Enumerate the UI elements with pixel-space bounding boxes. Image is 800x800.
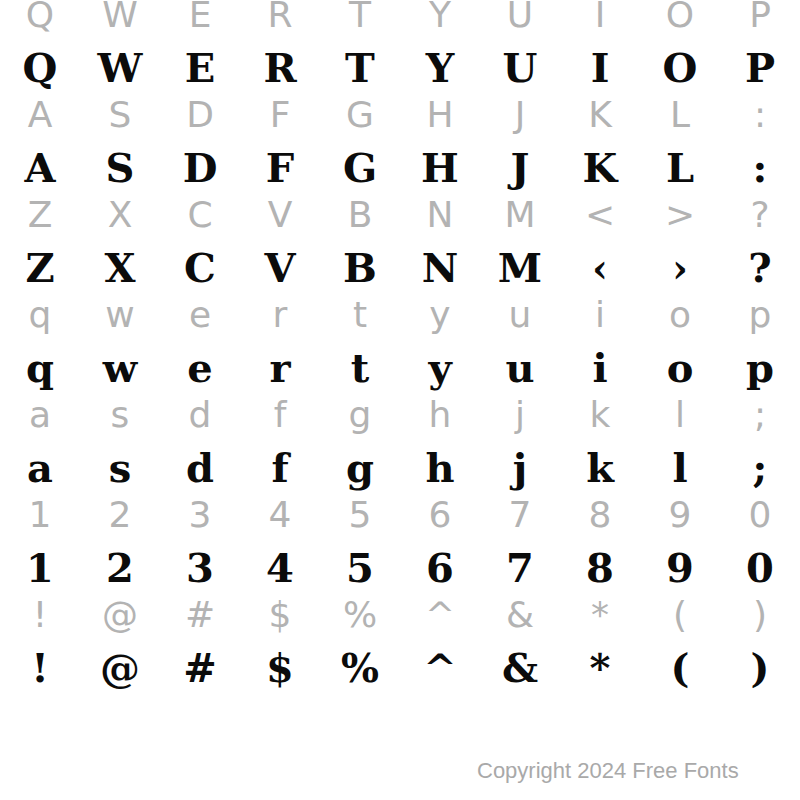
glyph-cell: o [640, 347, 720, 400]
glyph-cell: j [480, 447, 560, 500]
copyright-text: Copyright 2024 Free Fonts [477, 760, 739, 782]
glyph-cell: j [480, 400, 560, 447]
glyph-cell: s [80, 400, 160, 447]
specimen-row: qwertyuiop [0, 347, 800, 400]
glyph-cell: G [320, 147, 400, 200]
glyph-cell: & [480, 600, 560, 647]
character-grid: QWERTYUIOPQWERTYUIOPASDFGHJKL:ASDFGHJKL:… [0, 0, 800, 700]
glyph-cell: P [720, 0, 800, 47]
glyph-cell: 9 [640, 547, 720, 600]
specimen-row: QWERTYUIOP [0, 47, 800, 100]
glyph-cell: H [400, 100, 480, 147]
glyph-cell: 2 [80, 500, 160, 547]
glyph-cell: S [80, 147, 160, 200]
glyph-cell: g [320, 400, 400, 447]
glyph-cell: p [720, 347, 800, 400]
glyph-cell: V [240, 200, 320, 247]
glyph-cell: T [320, 0, 400, 47]
glyph-cell: Y [400, 0, 480, 47]
glyph-cell: h [400, 447, 480, 500]
glyph-cell: L [640, 100, 720, 147]
glyph-cell: N [400, 200, 480, 247]
glyph-cell: 1 [0, 547, 80, 600]
glyph-cell: 6 [400, 500, 480, 547]
glyph-cell: R [240, 47, 320, 100]
reference-row: ZXCVBNM<>? [0, 200, 800, 247]
glyph-cell: q [0, 300, 80, 347]
reference-row: ASDFGHJKL: [0, 100, 800, 147]
glyph-cell: ‹ [560, 247, 640, 300]
glyph-cell: M [480, 200, 560, 247]
glyph-cell: Z [0, 200, 80, 247]
glyph-cell: @ [80, 647, 160, 700]
glyph-cell: ^ [400, 647, 480, 700]
glyph-cell: C [160, 200, 240, 247]
glyph-cell: ? [720, 200, 800, 247]
reference-row: QWERTYUIOP [0, 0, 800, 47]
glyph-cell: W [80, 47, 160, 100]
glyph-cell: k [560, 447, 640, 500]
glyph-cell: 8 [560, 547, 640, 600]
glyph-cell: $ [240, 647, 320, 700]
glyph-cell: k [560, 400, 640, 447]
glyph-cell: 8 [560, 500, 640, 547]
glyph-cell: & [480, 647, 560, 700]
glyph-cell: d [160, 447, 240, 500]
glyph-cell: 0 [720, 500, 800, 547]
glyph-cell: ? [720, 247, 800, 300]
glyph-cell: # [160, 600, 240, 647]
glyph-cell: F [240, 147, 320, 200]
glyph-cell: 4 [240, 500, 320, 547]
specimen-row: !@#$%^&*() [0, 647, 800, 700]
glyph-cell: d [160, 400, 240, 447]
glyph-cell: y [400, 300, 480, 347]
glyph-cell: s [80, 447, 160, 500]
glyph-cell: T [320, 47, 400, 100]
reference-row: 1234567890 [0, 500, 800, 547]
glyph-cell: w [80, 347, 160, 400]
glyph-cell: C [160, 247, 240, 300]
glyph-cell: B [320, 200, 400, 247]
glyph-cell: a [0, 400, 80, 447]
glyph-cell: i [560, 300, 640, 347]
glyph-cell: 2 [80, 547, 160, 600]
glyph-cell: Z [0, 247, 80, 300]
glyph-cell: ) [720, 600, 800, 647]
glyph-cell: ! [0, 647, 80, 700]
glyph-cell: % [320, 600, 400, 647]
glyph-cell: O [640, 0, 720, 47]
glyph-cell: U [480, 0, 560, 47]
glyph-cell: E [160, 0, 240, 47]
font-specimen-page: QWERTYUIOPQWERTYUIOPASDFGHJKL:ASDFGHJKL:… [0, 0, 800, 800]
glyph-cell: I [560, 47, 640, 100]
glyph-cell: B [320, 247, 400, 300]
specimen-row: 1234567890 [0, 547, 800, 600]
glyph-cell: M [480, 247, 560, 300]
glyph-cell: r [240, 300, 320, 347]
glyph-cell: # [160, 647, 240, 700]
glyph-cell: > [640, 200, 720, 247]
glyph-cell: f [240, 447, 320, 500]
glyph-cell: o [640, 300, 720, 347]
glyph-cell: X [80, 200, 160, 247]
glyph-cell: t [320, 300, 400, 347]
glyph-cell: U [480, 47, 560, 100]
glyph-cell: e [160, 347, 240, 400]
glyph-cell: g [320, 447, 400, 500]
glyph-cell: 7 [480, 500, 560, 547]
reference-row: !@#$%^&*() [0, 600, 800, 647]
glyph-cell: y [400, 347, 480, 400]
glyph-cell: q [0, 347, 80, 400]
glyph-cell: % [320, 647, 400, 700]
glyph-cell: u [480, 347, 560, 400]
glyph-cell: ( [640, 600, 720, 647]
glyph-cell: › [640, 247, 720, 300]
glyph-cell: S [80, 100, 160, 147]
glyph-cell: ! [0, 600, 80, 647]
glyph-cell: l [640, 400, 720, 447]
glyph-cell: I [560, 0, 640, 47]
glyph-cell: @ [80, 600, 160, 647]
specimen-row: ASDFGHJKL: [0, 147, 800, 200]
glyph-cell: R [240, 0, 320, 47]
glyph-cell: t [320, 347, 400, 400]
glyph-cell: h [400, 400, 480, 447]
glyph-cell: 7 [480, 547, 560, 600]
glyph-cell: J [480, 100, 560, 147]
glyph-cell: 3 [160, 500, 240, 547]
glyph-cell: D [160, 100, 240, 147]
glyph-cell: 5 [320, 547, 400, 600]
glyph-cell: Q [0, 47, 80, 100]
glyph-cell: 6 [400, 547, 480, 600]
glyph-cell: ; [720, 400, 800, 447]
glyph-cell: X [80, 247, 160, 300]
reference-row: asdfghjkl; [0, 400, 800, 447]
glyph-cell: 0 [720, 547, 800, 600]
glyph-cell: W [80, 0, 160, 47]
glyph-cell: f [240, 400, 320, 447]
glyph-cell: O [640, 47, 720, 100]
glyph-cell: ( [640, 647, 720, 700]
glyph-cell: ) [720, 647, 800, 700]
glyph-cell: w [80, 300, 160, 347]
glyph-cell: * [560, 600, 640, 647]
glyph-cell: < [560, 200, 640, 247]
glyph-cell: J [480, 147, 560, 200]
glyph-cell: V [240, 247, 320, 300]
glyph-cell: G [320, 100, 400, 147]
glyph-cell: A [0, 100, 80, 147]
glyph-cell: e [160, 300, 240, 347]
glyph-cell: i [560, 347, 640, 400]
glyph-cell: : [720, 100, 800, 147]
glyph-cell: K [560, 100, 640, 147]
glyph-cell: u [480, 300, 560, 347]
glyph-cell: Q [0, 0, 80, 47]
glyph-cell: A [0, 147, 80, 200]
glyph-cell: Y [400, 47, 480, 100]
glyph-cell: * [560, 647, 640, 700]
reference-row: qwertyuiop [0, 300, 800, 347]
glyph-cell: 9 [640, 500, 720, 547]
glyph-cell: N [400, 247, 480, 300]
glyph-cell: E [160, 47, 240, 100]
glyph-cell: p [720, 300, 800, 347]
glyph-cell: F [240, 100, 320, 147]
glyph-cell: l [640, 447, 720, 500]
glyph-cell: L [640, 147, 720, 200]
glyph-cell: 3 [160, 547, 240, 600]
glyph-cell: 5 [320, 500, 400, 547]
glyph-cell: ^ [400, 600, 480, 647]
glyph-cell: ; [720, 447, 800, 500]
glyph-cell: P [720, 47, 800, 100]
glyph-cell: $ [240, 600, 320, 647]
glyph-cell: D [160, 147, 240, 200]
glyph-cell: : [720, 147, 800, 200]
glyph-cell: K [560, 147, 640, 200]
specimen-row: ZXCVBNM‹›? [0, 247, 800, 300]
glyph-cell: r [240, 347, 320, 400]
specimen-row: asdfghjkl; [0, 447, 800, 500]
glyph-cell: a [0, 447, 80, 500]
glyph-cell: 4 [240, 547, 320, 600]
glyph-cell: 1 [0, 500, 80, 547]
glyph-cell: H [400, 147, 480, 200]
